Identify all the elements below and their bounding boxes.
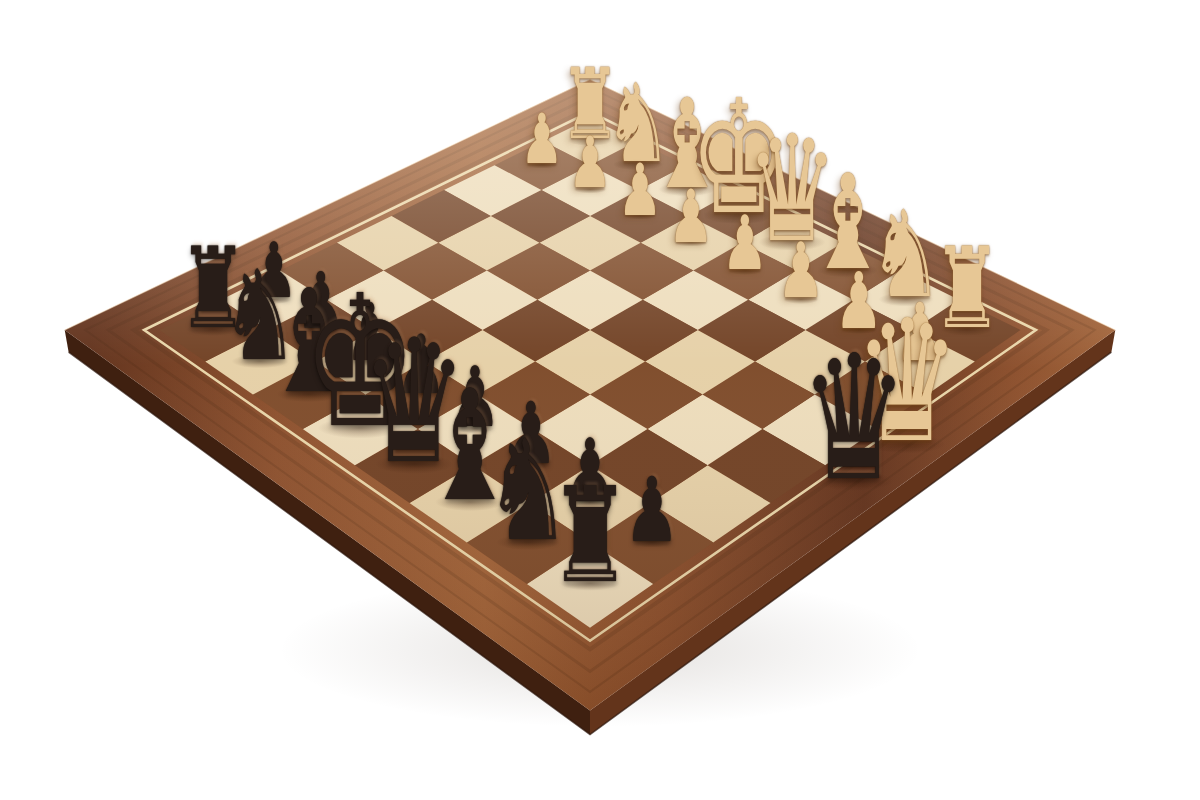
chess-set-product-photo: ♜♞♝♛♚♝♞♜♟♟♟♟♟♟♟♟♟♟♟♟♟♟♟♟♜♞♝♛♚♝♞♜♛♛	[0, 0, 1200, 800]
pieces-layer: ♜♞♝♛♚♝♞♜♟♟♟♟♟♟♟♟♟♟♟♟♟♟♟♟♜♞♝♛♚♝♞♜♛♛	[0, 0, 1200, 800]
black-rook-glyph: ♜	[549, 470, 631, 602]
white-pawn-glyph: ♟	[617, 153, 662, 225]
white-pawn-glyph: ♟	[721, 206, 768, 281]
white-pawn-glyph: ♟	[668, 179, 714, 252]
black-queen-glyph: ♛	[801, 333, 909, 505]
white-pawn-glyph: ♟	[777, 233, 825, 309]
white-pawn-glyph: ♟	[521, 105, 564, 174]
white-pawn-glyph: ♟	[568, 129, 612, 200]
black-pawn-glyph: ♟	[624, 465, 680, 554]
